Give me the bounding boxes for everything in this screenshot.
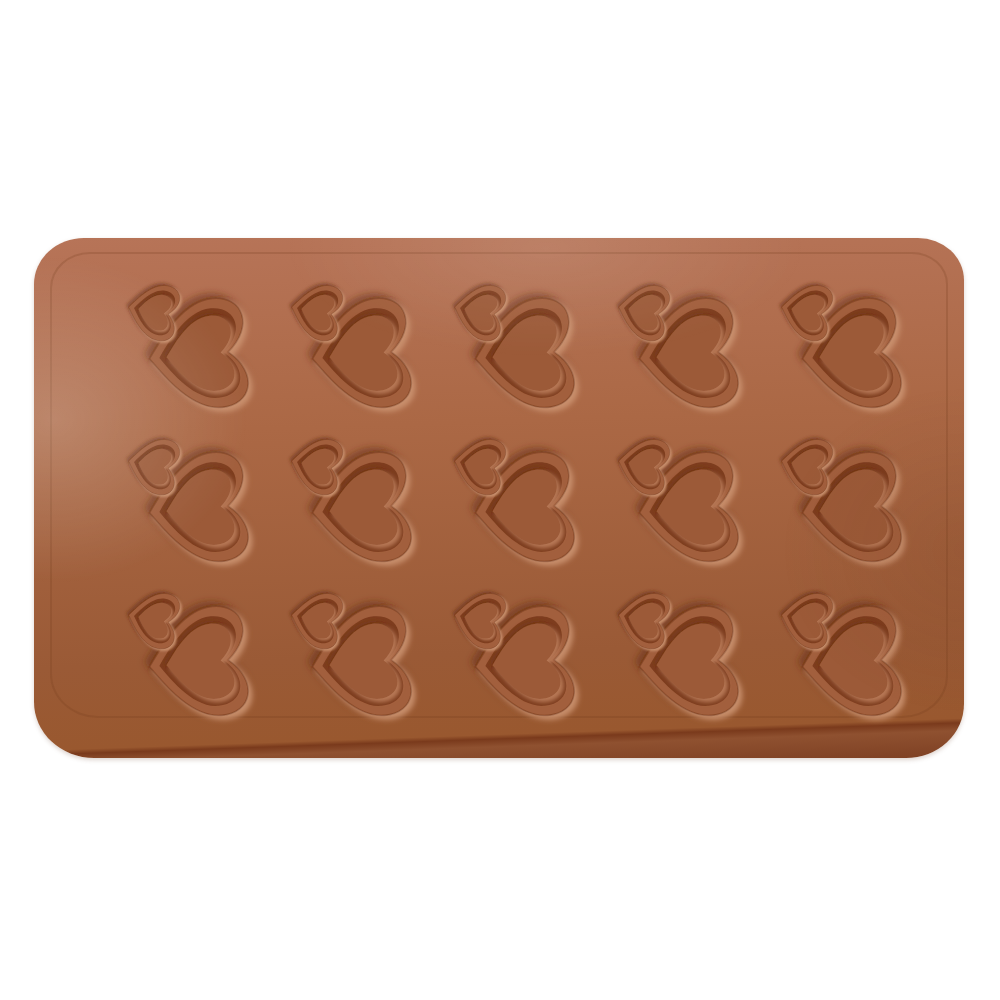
double-heart-cavity-shape bbox=[765, 580, 928, 734]
mold-cavity bbox=[602, 580, 765, 734]
mold-cavity bbox=[602, 426, 765, 580]
double-heart-cavity-shape bbox=[765, 426, 928, 580]
double-heart-cavity-shape bbox=[765, 272, 928, 426]
double-heart-cavity-shape bbox=[112, 426, 275, 580]
cavity-grid bbox=[112, 272, 928, 734]
double-heart-cavity-shape bbox=[112, 272, 275, 426]
mold-cavity bbox=[275, 580, 438, 734]
mold-cavity bbox=[438, 580, 601, 734]
mold-cavity bbox=[438, 426, 601, 580]
mold-cavity bbox=[112, 426, 275, 580]
mold-cavity bbox=[438, 272, 601, 426]
double-heart-cavity-shape bbox=[275, 272, 438, 426]
double-heart-cavity-shape bbox=[275, 580, 438, 734]
mold-cavity bbox=[602, 272, 765, 426]
mold-cavity bbox=[765, 272, 928, 426]
mold-cavity bbox=[275, 272, 438, 426]
double-heart-cavity-shape bbox=[602, 272, 765, 426]
double-heart-cavity-shape bbox=[602, 580, 765, 734]
double-heart-cavity-shape bbox=[438, 426, 601, 580]
mold-cavity bbox=[765, 426, 928, 580]
mold-cavity bbox=[765, 580, 928, 734]
double-heart-cavity-shape bbox=[602, 426, 765, 580]
photo-canvas bbox=[0, 0, 1000, 1000]
double-heart-cavity-shape bbox=[112, 580, 275, 734]
chocolate-mold bbox=[34, 238, 964, 758]
double-heart-cavity-shape bbox=[438, 272, 601, 426]
mold-cavity bbox=[275, 426, 438, 580]
mold-cavity bbox=[112, 580, 275, 734]
double-heart-cavity-shape bbox=[438, 580, 601, 734]
double-heart-cavity-shape bbox=[275, 426, 438, 580]
mold-cavity bbox=[112, 272, 275, 426]
